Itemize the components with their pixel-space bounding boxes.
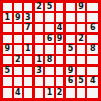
sudoku-cell-r4c6[interactable]: 9 (56, 35, 67, 45)
sudoku-cell-r2c4[interactable] (35, 13, 46, 23)
sudoku-cell-r2c8[interactable] (77, 13, 88, 23)
sudoku-cell-r1c6[interactable] (56, 3, 67, 13)
sudoku-cell-r2c1[interactable]: 1 (3, 13, 14, 23)
sudoku-cell-r6c2[interactable]: 2 (14, 56, 25, 67)
sudoku-cell-r8c6[interactable] (56, 77, 67, 87)
sudoku-cell-r3c7[interactable] (66, 24, 77, 35)
sudoku-cell-r5c7[interactable]: 5 (66, 45, 77, 55)
sudoku-cell-r1c9[interactable] (87, 3, 98, 13)
sudoku-cell-r8c2[interactable] (14, 77, 25, 87)
sudoku-cell-r3c9[interactable]: 6 (87, 24, 98, 35)
sudoku-cell-r3c4[interactable] (35, 24, 46, 35)
sudoku-cell-r9c7[interactable] (66, 88, 77, 98)
sudoku-cell-r9c4[interactable] (35, 88, 46, 98)
sudoku-cell-r4c5[interactable]: 6 (45, 35, 56, 45)
sudoku-cell-r8c7[interactable]: 6 (66, 77, 77, 87)
sudoku-cell-r8c1[interactable] (3, 77, 14, 87)
sudoku-cell-r9c3[interactable] (24, 88, 35, 98)
sudoku-cell-r9c9[interactable] (87, 88, 98, 98)
sudoku-cell-r6c6[interactable] (56, 56, 67, 67)
sudoku-cell-r5c9[interactable]: 8 (87, 45, 98, 55)
sudoku-cell-r1c2[interactable] (14, 3, 25, 13)
sudoku-cell-r9c6[interactable]: 2 (56, 88, 67, 98)
sudoku-cell-r3c2[interactable] (14, 24, 25, 35)
sudoku-cell-r7c5[interactable] (45, 67, 56, 77)
sudoku-cell-r7c2[interactable] (14, 67, 25, 77)
sudoku-cell-r5c1[interactable]: 9 (3, 45, 14, 55)
sudoku-cell-r1c4[interactable]: 2 (35, 3, 46, 13)
sudoku-cell-r1c3[interactable] (24, 3, 35, 13)
sudoku-cell-r6c3[interactable] (24, 56, 35, 67)
sudoku-cell-r4c2[interactable] (14, 35, 25, 45)
sudoku-cell-r1c5[interactable]: 5 (45, 3, 56, 13)
sudoku-cell-r1c1[interactable] (3, 3, 14, 13)
sudoku-cell-r5c8[interactable] (77, 45, 88, 55)
sudoku-cell-r6c9[interactable] (87, 56, 98, 67)
sudoku-cell-r7c6[interactable] (56, 67, 67, 77)
sudoku-cell-r3c1[interactable] (3, 24, 14, 35)
sudoku-cell-r7c4[interactable]: 3 (35, 67, 46, 77)
sudoku-cell-r8c5[interactable] (45, 77, 56, 87)
sudoku-cell-r8c9[interactable]: 4 (87, 77, 98, 87)
sudoku-cell-r8c8[interactable]: 5 (77, 77, 88, 87)
sudoku-cell-r2c5[interactable] (45, 13, 56, 23)
sudoku-cell-r8c3[interactable] (24, 77, 35, 87)
sudoku-cell-r9c5[interactable]: 1 (45, 88, 56, 98)
sudoku-cell-r9c2[interactable]: 4 (14, 88, 25, 98)
sudoku-cell-r6c5[interactable]: 8 (45, 56, 56, 67)
sudoku-cell-r9c8[interactable] (77, 88, 88, 98)
sudoku-cell-r7c1[interactable]: 5 (3, 67, 14, 77)
sudoku-cell-r5c3[interactable]: 1 (24, 45, 35, 55)
sudoku-cell-r1c7[interactable] (66, 3, 77, 13)
sudoku-cell-r5c6[interactable] (56, 45, 67, 55)
sudoku-cell-r4c4[interactable] (35, 35, 46, 45)
sudoku-cell-r2c7[interactable] (66, 13, 77, 23)
sudoku-cell-r1c8[interactable]: 9 (77, 3, 88, 13)
sudoku-cell-r8c4[interactable] (35, 77, 46, 87)
sudoku-cell-r2c2[interactable]: 9 (14, 13, 25, 23)
sudoku-cell-r9c1[interactable] (3, 88, 14, 98)
sudoku-cell-r4c8[interactable]: 2 (77, 35, 88, 45)
sudoku-cell-r3c3[interactable]: 7 (24, 24, 35, 35)
sudoku-board: 2591937466929158218539654412 (0, 0, 101, 101)
sudoku-cell-r7c3[interactable] (24, 67, 35, 77)
sudoku-cell-r6c8[interactable] (77, 56, 88, 67)
